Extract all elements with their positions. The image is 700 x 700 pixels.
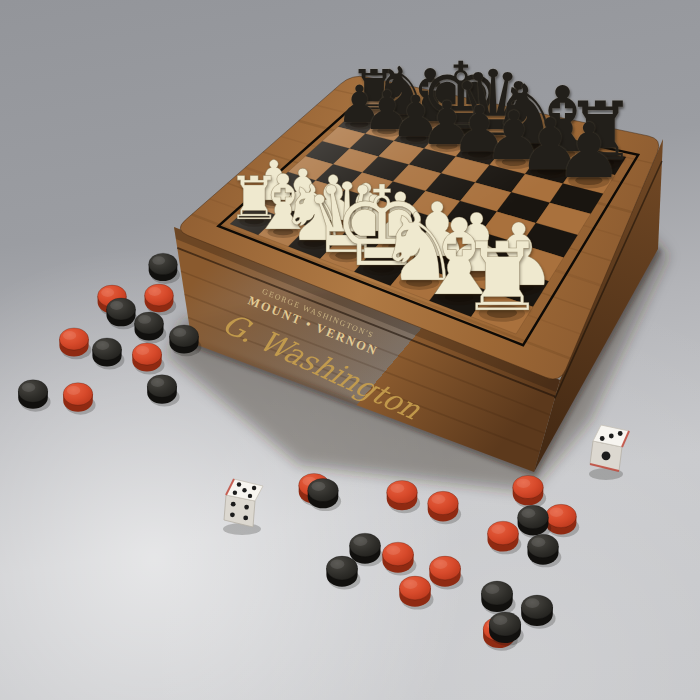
die-pip [244, 505, 249, 510]
die-pip [243, 516, 248, 521]
checker-black[interactable] [149, 253, 180, 284]
checker-red[interactable] [387, 480, 420, 513]
checker-black[interactable] [521, 595, 555, 629]
checker-red[interactable] [382, 542, 416, 575]
die-pip [237, 482, 241, 486]
checker-red[interactable] [132, 343, 164, 375]
checker-black[interactable] [107, 298, 139, 329]
die-pip [252, 486, 256, 490]
checker-black[interactable] [528, 534, 562, 567]
die-pip [602, 451, 611, 460]
checker-red[interactable] [59, 328, 91, 359]
checker-black[interactable] [92, 338, 124, 370]
checker-red[interactable] [429, 556, 463, 589]
die-pip [233, 491, 237, 495]
checker-black[interactable] [147, 375, 179, 407]
checker-red[interactable] [428, 491, 461, 524]
checker-black[interactable] [481, 581, 515, 615]
checker-red[interactable] [145, 284, 177, 315]
checker-black[interactable] [308, 478, 341, 511]
checker-red[interactable] [513, 475, 546, 508]
die-pip [231, 502, 236, 507]
die-pip [230, 512, 235, 517]
piece-white-rook-h1[interactable]: ♜ [459, 230, 544, 325]
checker-red[interactable] [63, 383, 95, 415]
checker-red[interactable] [399, 576, 433, 610]
left-die[interactable] [223, 479, 263, 535]
die-pip [618, 431, 623, 436]
die-pip [242, 488, 246, 492]
checker-red[interactable] [546, 504, 580, 537]
die-pip [609, 434, 614, 439]
die-pip [248, 494, 252, 498]
die-pip [600, 436, 605, 441]
checker-black[interactable] [518, 505, 552, 538]
piece-black-pawn-h7[interactable]: ♟ [555, 114, 623, 190]
right-die[interactable] [589, 425, 629, 480]
checker-black[interactable] [135, 312, 167, 343]
scene: GEORGE WASHINGTON'S MOUNT • VERNON G. Wa… [0, 0, 700, 700]
checker-black[interactable] [18, 380, 50, 412]
checker-red[interactable] [488, 521, 522, 554]
checker-black[interactable] [489, 612, 524, 646]
